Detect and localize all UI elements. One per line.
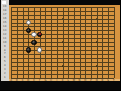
letterbox-bottom (0, 81, 120, 91)
grid-line-horizontal (11, 34, 114, 35)
go-app-frame: 19181716151413121110987654321 ABCDEFGHJK… (0, 0, 120, 90)
grid-line-horizontal (11, 7, 114, 8)
stone-black-f12[interactable] (37, 32, 42, 37)
grid-line-horizontal (11, 54, 114, 55)
letterbox-left-edge (0, 0, 1, 90)
row-label: 2 (1, 72, 9, 75)
grid-line-horizontal (11, 62, 114, 63)
grid-line-horizontal (11, 26, 114, 27)
row-label: 8 (1, 49, 9, 52)
row-label: 9 (1, 45, 9, 48)
row-label: 3 (1, 68, 9, 71)
row-label: 1 (1, 76, 9, 79)
row-label: 16 (1, 17, 9, 20)
stone-black-e10[interactable] (31, 40, 36, 45)
row-label: 15 (1, 21, 9, 24)
row-label: 6 (1, 56, 9, 59)
row-label: 14 (1, 25, 9, 28)
row-label: 7 (1, 52, 9, 55)
letterbox-top (9, 0, 121, 5)
row-label: 18 (1, 9, 9, 12)
row-label: 10 (1, 41, 9, 44)
grid-line-horizontal (11, 70, 114, 71)
stone-black-d13[interactable] (26, 28, 31, 33)
row-label-strip: 19181716151413121110987654321 (1, 0, 9, 81)
stone-white-f8[interactable] (37, 47, 42, 52)
grid-line-horizontal (11, 74, 114, 75)
row-label: 4 (1, 64, 9, 67)
star-point (28, 65, 30, 67)
stone-white-e12[interactable] (31, 32, 36, 37)
row-label: 17 (1, 13, 9, 16)
row-label: 13 (1, 29, 9, 32)
row-label: 11 (1, 37, 9, 40)
grid-line-horizontal (11, 15, 114, 16)
star-point (28, 41, 30, 43)
row-label: 12 (1, 33, 9, 36)
stone-black-d8[interactable] (26, 47, 31, 52)
grid-line-horizontal (11, 58, 114, 59)
last-move-marker (39, 33, 41, 35)
row-label: 5 (1, 60, 9, 63)
grid-line-horizontal (11, 38, 114, 39)
grid-line-horizontal (11, 11, 114, 12)
row-label: 19 (1, 5, 9, 8)
corner-dot (2, 1, 6, 4)
goban[interactable]: ABCDEFGHJKLMNOPQRST (9, 5, 121, 81)
stone-white-d15[interactable] (26, 20, 31, 25)
